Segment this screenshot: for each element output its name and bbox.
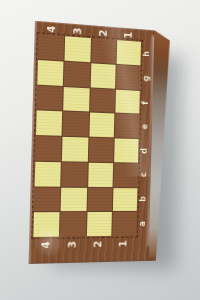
square-a1: [112, 212, 137, 236]
file-label-f: f: [142, 101, 150, 105]
square-c1: [113, 163, 138, 187]
chessboard-box: 4321 hgfedcba 4321: [29, 21, 171, 264]
file-label-h: h: [143, 51, 151, 57]
square-a4: [33, 212, 59, 237]
file-label-e: e: [142, 124, 150, 130]
square-f2: [90, 88, 115, 113]
rank-label-bottom-slot-4: 4: [33, 237, 60, 251]
rank-label-bottom-slot-3: 3: [60, 236, 86, 250]
square-f3: [63, 87, 89, 112]
rank-label-bottom-1: 1: [119, 240, 129, 247]
square-h4: [38, 34, 64, 60]
rank-label-top-2: 2: [99, 29, 109, 37]
square-f4: [37, 85, 63, 110]
square-h3: [65, 36, 91, 62]
square-b2: [87, 187, 112, 211]
square-g4: [37, 60, 63, 86]
square-g1: [116, 65, 141, 90]
bottom-rank-labels: 4321: [33, 236, 136, 264]
rank-label-top-1: 1: [124, 31, 134, 39]
square-e2: [89, 113, 114, 138]
rank-label-top-4: 4: [47, 25, 57, 33]
square-d1: [114, 138, 139, 162]
square-c3: [61, 162, 87, 186]
square-b3: [61, 187, 87, 211]
rank-label-bottom-4: 4: [41, 241, 51, 248]
square-b1: [113, 188, 138, 212]
rank-label-bottom-slot-2: 2: [86, 236, 112, 249]
square-d2: [88, 138, 113, 162]
square-e4: [36, 111, 62, 136]
square-b4: [34, 187, 60, 211]
board-face: 4321 hgfedcba 4321: [29, 21, 155, 264]
square-a3: [60, 212, 86, 236]
square-h1: [116, 40, 141, 65]
square-e3: [63, 112, 89, 137]
square-c2: [88, 163, 113, 187]
square-g3: [64, 61, 90, 86]
square-h2: [91, 38, 116, 63]
file-label-c: c: [140, 173, 148, 178]
square-e1: [115, 114, 140, 138]
square-a2: [86, 212, 111, 236]
rank-label-top-3: 3: [73, 27, 83, 35]
file-label-b: b: [140, 196, 148, 202]
file-label-a: a: [139, 221, 147, 226]
file-label-g: g: [143, 75, 151, 81]
rank-label-bottom-slot-1: 1: [111, 236, 136, 249]
square-d4: [35, 136, 61, 161]
rank-label-bottom-2: 2: [93, 241, 103, 248]
square-g2: [90, 63, 115, 88]
file-label-d: d: [141, 148, 149, 154]
chess-grid: [33, 34, 141, 237]
product-photo: 4321 hgfedcba 4321: [0, 0, 200, 300]
square-d3: [62, 137, 88, 162]
rank-label-bottom-3: 3: [68, 241, 78, 248]
square-f1: [115, 89, 140, 114]
square-c4: [35, 162, 61, 187]
